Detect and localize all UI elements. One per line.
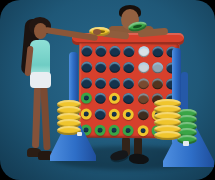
cell-r6c4 (121, 122, 135, 138)
empty-hole (152, 78, 163, 89)
cell-r4c5 (136, 91, 150, 107)
empty-hole (81, 46, 92, 57)
empty-hole (95, 46, 106, 57)
cell-r5c2 (93, 106, 107, 122)
empty-hole (109, 77, 120, 88)
cell-r3c4 (122, 75, 136, 91)
yellow-ring (80, 108, 91, 119)
cell-r1c6 (151, 44, 165, 60)
green-ring (109, 124, 120, 135)
cell-r1c5 (136, 44, 150, 60)
cell-r4c1 (79, 90, 93, 106)
cell-r4c4 (122, 91, 136, 107)
green-ring (94, 124, 105, 135)
cell-r2c5 (136, 60, 150, 76)
brand-sticker (77, 132, 82, 136)
yellow-ring (109, 109, 120, 120)
girl-shorts (30, 72, 51, 88)
empty-hole (152, 47, 163, 58)
empty-hole (138, 62, 149, 73)
cell-r1c1 (79, 43, 93, 59)
cell-r3c1 (79, 75, 93, 91)
cell-r2c6 (151, 60, 165, 76)
empty-hole (81, 77, 92, 88)
empty-hole (109, 62, 120, 73)
yellow-ring-stack (154, 101, 181, 140)
empty-hole (124, 62, 135, 73)
cell-r3c5 (136, 75, 150, 91)
yellow-ring (137, 125, 148, 136)
empty-hole (124, 46, 135, 57)
yellow-ring-stack (57, 102, 81, 135)
cell-r3c2 (93, 75, 107, 91)
brand-sticker (183, 141, 189, 146)
empty-hole (95, 93, 106, 104)
empty-hole (123, 93, 134, 104)
yellow-ring (109, 93, 120, 104)
empty-hole (137, 109, 148, 120)
empty-hole (138, 46, 149, 57)
empty-hole (124, 78, 135, 89)
cell-r3c6 (150, 76, 164, 92)
cell-r6c3 (107, 122, 121, 138)
cell-r6c2 (93, 122, 107, 138)
girl-tank-top (30, 40, 50, 76)
cell-r2c1 (79, 59, 93, 75)
green-ring (81, 93, 92, 104)
cell-r5c5 (136, 107, 150, 123)
cell-r1c4 (122, 44, 136, 60)
cell-r1c2 (94, 44, 108, 60)
empty-hole (110, 46, 121, 57)
empty-hole (138, 78, 149, 89)
cell-r6c5 (136, 122, 150, 138)
cell-r3c3 (108, 75, 122, 91)
cell-r2c3 (108, 59, 122, 75)
cell-r4c3 (107, 91, 121, 107)
cell-r5c3 (107, 106, 121, 122)
yellow-ring (154, 131, 181, 140)
empty-hole (138, 93, 149, 104)
empty-hole (81, 61, 92, 72)
cell-r5c4 (122, 107, 136, 123)
green-ring (123, 125, 134, 136)
empty-hole (152, 62, 163, 73)
cell-r2c4 (122, 60, 136, 76)
empty-hole (95, 77, 106, 88)
cell-r4c2 (93, 91, 107, 107)
yellow-ring (123, 109, 134, 120)
girl-hand (93, 29, 101, 35)
empty-hole (95, 62, 106, 73)
empty-hole (95, 109, 106, 120)
cell-r1c3 (108, 44, 122, 60)
cell-r2c2 (93, 59, 107, 75)
